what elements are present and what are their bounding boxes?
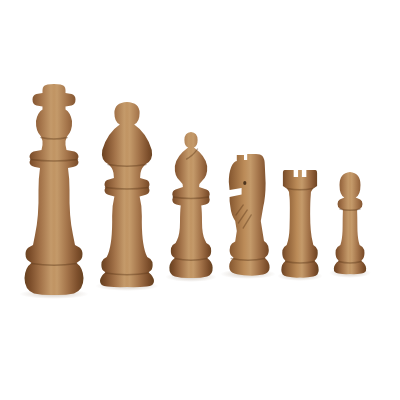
rook-icon: Rook [281,168,319,277]
queen-icon: Queen [100,102,154,287]
chess-pieces-photo: King Queen Bishop [0,0,400,400]
knight-eye [243,181,246,185]
bishop-icon: Bishop [169,132,213,278]
chess-piece-knight: Knight [224,153,272,275]
chess-piece-bishop: Bishop [169,132,213,278]
chess-piece-queen: Queen [100,102,154,287]
pawn-icon: Pawn [333,172,367,274]
chess-piece-king: King [24,83,84,295]
chess-piece-pawn: Pawn [333,172,367,274]
chess-piece-rook: Rook [281,168,319,277]
knight-icon: Knight [224,153,272,275]
king-icon: King [24,83,84,295]
